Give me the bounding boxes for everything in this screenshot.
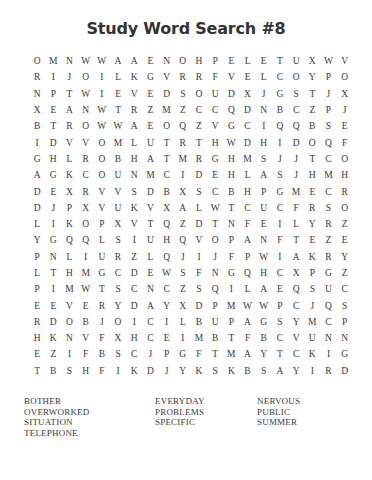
grid-cell: Q (288, 281, 304, 297)
grid-cell: X (110, 216, 126, 232)
grid-cell: S (272, 167, 288, 183)
grid-cell: R (175, 134, 191, 150)
grid-cell: W (110, 118, 126, 134)
grid-cell: H (159, 232, 175, 248)
grid-cell: G (45, 232, 61, 248)
grid-cell: R (29, 314, 45, 330)
grid-cell: V (191, 232, 207, 248)
grid-cell: B (110, 151, 126, 167)
grid-cell: I (256, 118, 272, 134)
grid-cell: T (142, 216, 158, 232)
grid-cell: G (223, 118, 239, 134)
grid-cell: R (94, 297, 110, 313)
grid-cell: Y (304, 216, 320, 232)
grid-cell: H (126, 330, 142, 346)
grid-cell: J (61, 69, 77, 85)
grid-cell: Q (272, 118, 288, 134)
grid-cell: I (45, 216, 61, 232)
grid-cell: K (61, 167, 77, 183)
grid-cell: N (61, 330, 77, 346)
grid-cell: C (272, 265, 288, 281)
word-item: TELEPHONE (24, 428, 90, 439)
grid-cell: I (320, 346, 336, 362)
grid-cell: E (29, 297, 45, 313)
letter-grid: OMNWWAAENOHPELETUXWVRIJOILKGVRRFVELCOYPO… (29, 53, 353, 379)
grid-cell: Q (320, 297, 336, 313)
grid-cell: M (110, 134, 126, 150)
grid-cell: R (78, 183, 94, 199)
grid-cell: C (320, 314, 336, 330)
grid-cell: I (272, 249, 288, 265)
grid-cell: E (142, 265, 158, 281)
grid-cell: I (61, 346, 77, 362)
grid-cell: D (45, 314, 61, 330)
grid-cell: R (191, 69, 207, 85)
grid-cell: F (239, 216, 255, 232)
grid-cell: E (272, 281, 288, 297)
grid-cell: K (126, 363, 142, 379)
grid-cell: G (175, 346, 191, 362)
grid-cell: P (223, 314, 239, 330)
grid-cell: P (337, 314, 353, 330)
grid-cell: S (288, 86, 304, 102)
grid-cell: M (239, 151, 255, 167)
grid-cell: H (223, 167, 239, 183)
grid-cell: D (126, 297, 142, 313)
grid-cell: O (94, 167, 110, 183)
grid-cell: O (78, 69, 94, 85)
grid-cell: V (337, 53, 353, 69)
grid-cell: G (45, 167, 61, 183)
grid-cell: C (142, 330, 158, 346)
grid-cell: S (175, 86, 191, 102)
grid-cell: H (207, 134, 223, 150)
grid-cell: F (191, 346, 207, 362)
grid-cell: R (175, 69, 191, 85)
grid-cell: L (239, 281, 255, 297)
grid-cell: N (45, 249, 61, 265)
grid-cell: P (223, 232, 239, 248)
grid-cell: O (337, 151, 353, 167)
grid-cell: O (78, 216, 94, 232)
grid-cell: I (94, 86, 110, 102)
grid-cell: G (29, 151, 45, 167)
grid-cell: S (272, 314, 288, 330)
grid-cell: K (126, 69, 142, 85)
grid-cell: L (29, 265, 45, 281)
grid-cell: A (29, 167, 45, 183)
grid-cell: T (223, 330, 239, 346)
grid-cell: V (126, 86, 142, 102)
word-list-column: EVERYDAYPROBLEMSSPECIFIC (155, 396, 205, 428)
grid-cell: I (191, 249, 207, 265)
grid-cell: Q (320, 134, 336, 150)
grid-cell: I (126, 232, 142, 248)
grid-cell: S (207, 363, 223, 379)
grid-cell: G (94, 265, 110, 281)
grid-cell: Q (175, 118, 191, 134)
grid-cell: O (159, 118, 175, 134)
grid-cell: N (159, 53, 175, 69)
grid-cell: W (94, 102, 110, 118)
grid-cell: E (29, 346, 45, 362)
grid-cell: K (61, 216, 77, 232)
grid-cell: M (191, 330, 207, 346)
grid-cell: Y (337, 249, 353, 265)
grid-cell: H (45, 151, 61, 167)
grid-cell: P (29, 249, 45, 265)
grid-cell: M (320, 167, 336, 183)
grid-cell: Q (239, 265, 255, 281)
grid-cell: C (272, 330, 288, 346)
grid-cell: N (207, 265, 223, 281)
grid-cell: E (207, 167, 223, 183)
grid-cell: E (223, 53, 239, 69)
grid-cell: P (207, 297, 223, 313)
grid-cell: D (223, 86, 239, 102)
grid-cell: S (175, 265, 191, 281)
grid-cell: C (320, 183, 336, 199)
grid-cell: Z (126, 249, 142, 265)
grid-cell: C (207, 183, 223, 199)
grid-cell: H (223, 151, 239, 167)
grid-cell: A (256, 167, 272, 183)
grid-cell: S (256, 151, 272, 167)
grid-cell: Z (45, 346, 61, 362)
grid-cell: Z (175, 281, 191, 297)
grid-cell: I (45, 281, 61, 297)
grid-cell: M (78, 265, 94, 281)
grid-cell: T (159, 151, 175, 167)
grid-cell: E (159, 330, 175, 346)
grid-cell: G (272, 183, 288, 199)
grid-cell: W (159, 265, 175, 281)
grid-cell: W (223, 134, 239, 150)
grid-cell: Q (159, 249, 175, 265)
grid-cell: H (256, 134, 272, 150)
grid-cell: R (29, 69, 45, 85)
grid-cell: P (320, 69, 336, 85)
grid-cell: E (110, 86, 126, 102)
grid-cell: P (45, 86, 61, 102)
grid-cell: E (45, 102, 61, 118)
grid-cell: C (191, 102, 207, 118)
grid-cell: X (175, 183, 191, 199)
grid-cell: O (337, 69, 353, 85)
grid-cell: Y (29, 232, 45, 248)
grid-cell: B (223, 183, 239, 199)
grid-cell: T (61, 86, 77, 102)
grid-cell: U (94, 249, 110, 265)
grid-cell: C (142, 314, 158, 330)
grid-cell: E (45, 297, 61, 313)
grid-cell: D (45, 134, 61, 150)
grid-cell: H (256, 265, 272, 281)
grid-cell: C (239, 118, 255, 134)
grid-cell: V (126, 216, 142, 232)
grid-cell: J (256, 86, 272, 102)
grid-cell: S (110, 232, 126, 248)
grid-cell: T (110, 102, 126, 118)
grid-cell: D (29, 200, 45, 216)
grid-cell: S (337, 297, 353, 313)
grid-cell: S (304, 281, 320, 297)
grid-cell: J (175, 249, 191, 265)
grid-cell: A (288, 249, 304, 265)
grid-cell: B (256, 330, 272, 346)
grid-cell: W (239, 297, 255, 313)
grid-cell: A (110, 53, 126, 69)
grid-cell: U (110, 167, 126, 183)
grid-cell: C (78, 167, 94, 183)
grid-cell: U (207, 314, 223, 330)
grid-cell: C (337, 281, 353, 297)
grid-cell: B (94, 346, 110, 362)
grid-cell: P (94, 216, 110, 232)
grid-cell: J (337, 102, 353, 118)
grid-cell: E (142, 118, 158, 134)
grid-cell: L (61, 249, 77, 265)
grid-cell: Z (175, 102, 191, 118)
grid-cell: I (272, 216, 288, 232)
grid-cell: A (142, 297, 158, 313)
grid-cell: M (223, 346, 239, 362)
word-item: OVERWORKED (24, 407, 90, 418)
grid-cell: I (272, 134, 288, 150)
grid-cell: M (288, 183, 304, 199)
grid-cell: N (142, 281, 158, 297)
grid-cell: T (29, 363, 45, 379)
grid-cell: B (191, 314, 207, 330)
grid-cell: A (126, 118, 142, 134)
grid-cell: D (239, 134, 255, 150)
grid-cell: H (61, 265, 77, 281)
grid-cell: F (272, 232, 288, 248)
grid-cell: C (272, 200, 288, 216)
grid-cell: R (320, 216, 336, 232)
grid-cell: F (94, 363, 110, 379)
word-item: PUBLIC (257, 407, 300, 418)
grid-cell: O (304, 134, 320, 150)
grid-cell: Q (223, 102, 239, 118)
grid-cell: E (142, 86, 158, 102)
grid-cell: C (126, 346, 142, 362)
grid-cell: P (29, 281, 45, 297)
grid-cell: B (78, 314, 94, 330)
grid-cell: J (288, 167, 304, 183)
grid-cell: R (110, 249, 126, 265)
grid-cell: N (256, 232, 272, 248)
grid-cell: E (256, 216, 272, 232)
grid-cell: P (159, 346, 175, 362)
grid-cell: O (94, 151, 110, 167)
grid-cell: X (175, 297, 191, 313)
grid-cell: N (78, 102, 94, 118)
grid-cell: C (288, 346, 304, 362)
word-list-column: NERVOUSPUBLICSUMMER (257, 396, 300, 428)
grid-cell: O (337, 200, 353, 216)
grid-cell: F (239, 330, 255, 346)
grid-cell: X (29, 102, 45, 118)
grid-cell: F (94, 330, 110, 346)
grid-cell: Z (142, 102, 158, 118)
grid-cell: D (191, 216, 207, 232)
grid-cell: L (239, 53, 255, 69)
grid-cell: D (191, 297, 207, 313)
grid-cell: Z (175, 216, 191, 232)
grid-cell: O (191, 86, 207, 102)
grid-cell: K (126, 200, 142, 216)
grid-cell: I (159, 314, 175, 330)
grid-cell: V (142, 200, 158, 216)
grid-cell: U (288, 53, 304, 69)
grid-cell: Z (337, 265, 353, 281)
grid-cell: R (304, 200, 320, 216)
grid-cell: M (223, 297, 239, 313)
grid-cell: U (207, 86, 223, 102)
grid-cell: M (61, 281, 77, 297)
grid-cell: V (159, 69, 175, 85)
grid-cell: I (223, 281, 239, 297)
grid-cell: L (288, 216, 304, 232)
grid-cell: Y (288, 314, 304, 330)
grid-cell: C (159, 167, 175, 183)
grid-cell: S (110, 281, 126, 297)
grid-cell: J (142, 346, 158, 362)
grid-cell: W (207, 200, 223, 216)
grid-cell: K (304, 249, 320, 265)
grid-cell: P (256, 183, 272, 199)
grid-cell: T (45, 118, 61, 134)
grid-cell: S (191, 183, 207, 199)
grid-cell: V (61, 297, 77, 313)
grid-cell: U (110, 200, 126, 216)
grid-cell: B (272, 102, 288, 118)
grid-cell: A (239, 232, 255, 248)
grid-cell: X (337, 86, 353, 102)
grid-cell: I (29, 134, 45, 150)
grid-cell: L (61, 151, 77, 167)
grid-cell: U (142, 232, 158, 248)
grid-cell: R (78, 151, 94, 167)
grid-cell: Y (288, 363, 304, 379)
grid-cell: H (126, 151, 142, 167)
grid-cell: L (29, 216, 45, 232)
word-list: BOTHEROVERWORKEDSITUATIONTELEPHONEEVERYD… (0, 396, 372, 456)
grid-cell: Z (191, 118, 207, 134)
grid-cell: U (304, 330, 320, 346)
grid-cell: Q (175, 232, 191, 248)
grid-cell: S (256, 363, 272, 379)
grid-cell: O (110, 314, 126, 330)
grid-cell: J (288, 151, 304, 167)
grid-cell: I (175, 167, 191, 183)
grid-cell: V (94, 200, 110, 216)
grid-cell: O (175, 53, 191, 69)
grid-cell: G (256, 314, 272, 330)
grid-cell: D (29, 183, 45, 199)
grid-cell: H (78, 363, 94, 379)
grid-cell: A (239, 346, 255, 362)
grid-cell: L (110, 69, 126, 85)
grid-cell: I (304, 363, 320, 379)
grid-cell: P (320, 102, 336, 118)
grid-cell: I (110, 363, 126, 379)
grid-cell: L (94, 232, 110, 248)
grid-cell: R (61, 118, 77, 134)
grid-cell: L (126, 134, 142, 150)
grid-cell: U (142, 134, 158, 150)
word-item: SUMMER (257, 417, 300, 428)
grid-cell: A (126, 53, 142, 69)
grid-cell: C (272, 69, 288, 85)
grid-cell: E (239, 69, 255, 85)
grid-cell: O (288, 69, 304, 85)
grid-cell: X (110, 330, 126, 346)
grid-cell: G (272, 86, 288, 102)
grid-cell: T (45, 265, 61, 281)
grid-cell: P (239, 249, 255, 265)
grid-cell: V (61, 134, 77, 150)
grid-cell: E (45, 183, 61, 199)
grid-cell: K (191, 363, 207, 379)
grid-cell: N (337, 330, 353, 346)
grid-cell: V (110, 183, 126, 199)
grid-cell: Y (159, 297, 175, 313)
grid-cell: V (288, 330, 304, 346)
grid-cell: I (78, 249, 94, 265)
grid-cell: T (304, 86, 320, 102)
grid-cell: J (320, 86, 336, 102)
grid-cell: X (159, 200, 175, 216)
grid-cell: E (304, 232, 320, 248)
grid-cell: L (142, 249, 158, 265)
grid-cell: W (320, 53, 336, 69)
grid-cell: Q (159, 216, 175, 232)
grid-cell: C (239, 200, 255, 216)
grid-cell: Y (256, 346, 272, 362)
grid-cell: R (191, 151, 207, 167)
grid-cell: T (94, 281, 110, 297)
grid-cell: C (159, 281, 175, 297)
grid-cell: P (272, 297, 288, 313)
grid-cell: A (272, 363, 288, 379)
grid-cell: T (207, 346, 223, 362)
grid-cell: W (78, 53, 94, 69)
grid-cell: S (61, 363, 77, 379)
grid-cell: I (45, 69, 61, 85)
word-item: NERVOUS (257, 396, 300, 407)
grid-cell: T (272, 53, 288, 69)
grid-cell: W (256, 249, 272, 265)
grid-cell: H (29, 330, 45, 346)
grid-cell: O (78, 118, 94, 134)
grid-cell: Y (110, 297, 126, 313)
word-item: SITUATION (24, 417, 90, 428)
grid-cell: D (142, 363, 158, 379)
grid-cell: M (304, 314, 320, 330)
grid-cell: I (126, 314, 142, 330)
grid-cell: A (175, 200, 191, 216)
grid-cell: K (45, 330, 61, 346)
grid-cell: N (29, 86, 45, 102)
grid-cell: K (304, 346, 320, 362)
grid-cell: M (45, 53, 61, 69)
grid-cell: T (207, 216, 223, 232)
grid-cell: N (320, 330, 336, 346)
word-item: SPECIFIC (155, 417, 205, 428)
grid-cell: A (239, 314, 255, 330)
